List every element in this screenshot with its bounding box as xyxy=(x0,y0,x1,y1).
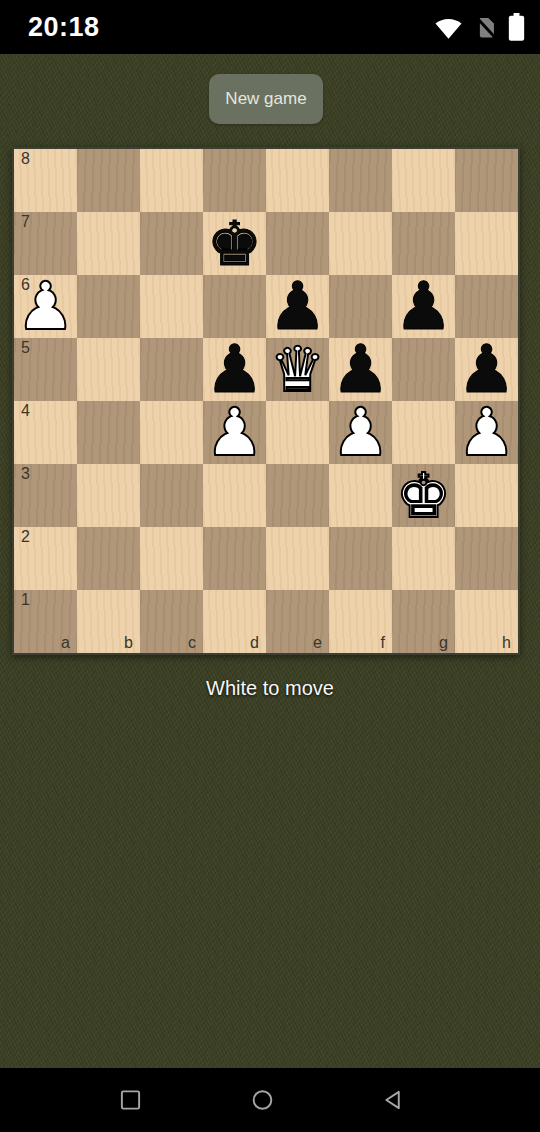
square-c3[interactable] xyxy=(140,464,203,527)
file-label-a: a xyxy=(61,634,70,652)
square-f7[interactable] xyxy=(329,212,392,275)
square-f1[interactable]: f xyxy=(329,590,392,653)
square-f8[interactable] xyxy=(329,149,392,212)
square-a1[interactable]: 1a xyxy=(14,590,77,653)
square-e3[interactable] xyxy=(266,464,329,527)
piece-black-pawn-e6[interactable]: ♟ xyxy=(268,274,327,340)
square-c6[interactable] xyxy=(140,275,203,338)
square-d3[interactable] xyxy=(203,464,266,527)
square-b8[interactable] xyxy=(77,149,140,212)
no-sim-icon xyxy=(472,14,499,41)
square-g8[interactable] xyxy=(392,149,455,212)
turn-indicator-text: White to move xyxy=(0,677,540,700)
square-a4[interactable]: 4 xyxy=(14,401,77,464)
wifi-icon xyxy=(433,15,464,40)
file-label-e: e xyxy=(313,634,322,652)
battery-icon xyxy=(507,13,526,41)
square-b2[interactable] xyxy=(77,527,140,590)
square-g5[interactable] xyxy=(392,338,455,401)
square-h6[interactable] xyxy=(455,275,518,338)
square-f3[interactable] xyxy=(329,464,392,527)
status-icons xyxy=(433,13,526,41)
file-label-h: h xyxy=(502,634,511,652)
square-h2[interactable] xyxy=(455,527,518,590)
piece-white-pawn-f4[interactable]: ♟ xyxy=(331,400,390,466)
square-c5[interactable] xyxy=(140,338,203,401)
square-d1[interactable]: d xyxy=(203,590,266,653)
rank-label-1: 1 xyxy=(21,591,30,609)
square-g4[interactable] xyxy=(392,401,455,464)
file-label-f: f xyxy=(381,634,385,652)
square-d2[interactable] xyxy=(203,527,266,590)
square-b6[interactable] xyxy=(77,275,140,338)
file-label-c: c xyxy=(188,634,196,652)
new-game-button[interactable]: New game xyxy=(209,74,323,124)
square-a3[interactable]: 3 xyxy=(14,464,77,527)
square-f5[interactable]: ♟ xyxy=(329,338,392,401)
rank-label-4: 4 xyxy=(21,402,30,420)
square-c7[interactable] xyxy=(140,212,203,275)
recents-square-icon[interactable] xyxy=(119,1089,142,1112)
piece-black-pawn-g6[interactable]: ♟ xyxy=(394,274,453,340)
piece-white-queen-e5[interactable]: ♛ xyxy=(270,339,326,401)
square-c1[interactable]: c xyxy=(140,590,203,653)
piece-white-pawn-a6[interactable]: ♟ xyxy=(16,274,75,340)
square-h8[interactable] xyxy=(455,149,518,212)
square-a7[interactable]: 7 xyxy=(14,212,77,275)
square-d5[interactable]: ♟ xyxy=(203,338,266,401)
square-b7[interactable] xyxy=(77,212,140,275)
square-b1[interactable]: b xyxy=(77,590,140,653)
square-d8[interactable] xyxy=(203,149,266,212)
square-a8[interactable]: 8 xyxy=(14,149,77,212)
file-label-d: d xyxy=(250,634,259,652)
rank-label-3: 3 xyxy=(21,465,30,483)
square-g3[interactable]: ♚ xyxy=(392,464,455,527)
square-e8[interactable] xyxy=(266,149,329,212)
piece-white-pawn-h4[interactable]: ♟ xyxy=(457,400,516,466)
clock: 20:18 xyxy=(28,12,100,43)
piece-black-pawn-d5[interactable]: ♟ xyxy=(205,337,264,403)
square-e5[interactable]: ♛ xyxy=(266,338,329,401)
square-c8[interactable] xyxy=(140,149,203,212)
square-f4[interactable]: ♟ xyxy=(329,401,392,464)
rank-label-7: 7 xyxy=(21,213,30,231)
square-h1[interactable]: h xyxy=(455,590,518,653)
square-e4[interactable] xyxy=(266,401,329,464)
square-g7[interactable] xyxy=(392,212,455,275)
square-b5[interactable] xyxy=(77,338,140,401)
square-b3[interactable] xyxy=(77,464,140,527)
square-h3[interactable] xyxy=(455,464,518,527)
square-g6[interactable]: ♟ xyxy=(392,275,455,338)
square-f6[interactable] xyxy=(329,275,392,338)
rank-label-2: 2 xyxy=(21,528,30,546)
square-g2[interactable] xyxy=(392,527,455,590)
file-label-b: b xyxy=(124,634,133,652)
navigation-bar xyxy=(0,1068,540,1132)
back-triangle-icon[interactable] xyxy=(382,1089,405,1112)
status-bar: 20:18 xyxy=(0,0,540,54)
piece-white-pawn-d4[interactable]: ♟ xyxy=(205,400,264,466)
square-d6[interactable] xyxy=(203,275,266,338)
piece-white-king-g3[interactable]: ♚ xyxy=(396,465,452,527)
piece-black-pawn-h5[interactable]: ♟ xyxy=(457,337,516,403)
piece-black-pawn-f5[interactable]: ♟ xyxy=(331,337,390,403)
square-c4[interactable] xyxy=(140,401,203,464)
square-h7[interactable] xyxy=(455,212,518,275)
piece-black-king-d7[interactable]: ♚ xyxy=(207,213,263,275)
square-c2[interactable] xyxy=(140,527,203,590)
square-d4[interactable]: ♟ xyxy=(203,401,266,464)
square-b4[interactable] xyxy=(77,401,140,464)
square-f2[interactable] xyxy=(329,527,392,590)
square-a2[interactable]: 2 xyxy=(14,527,77,590)
square-h4[interactable]: ♟ xyxy=(455,401,518,464)
square-g1[interactable]: g xyxy=(392,590,455,653)
home-circle-icon[interactable] xyxy=(251,1089,274,1112)
square-d7[interactable]: ♚ xyxy=(203,212,266,275)
file-label-g: g xyxy=(439,634,448,652)
square-e6[interactable]: ♟ xyxy=(266,275,329,338)
chess-board[interactable]: 87♚6♟♟♟5♟♛♟♟4♟♟♟3♚21abcdefgh xyxy=(12,147,520,655)
square-h5[interactable]: ♟ xyxy=(455,338,518,401)
rank-label-8: 8 xyxy=(21,150,30,168)
square-a5[interactable]: 5 xyxy=(14,338,77,401)
square-a6[interactable]: 6♟ xyxy=(14,275,77,338)
square-e1[interactable]: e xyxy=(266,590,329,653)
square-e7[interactable] xyxy=(266,212,329,275)
square-e2[interactable] xyxy=(266,527,329,590)
